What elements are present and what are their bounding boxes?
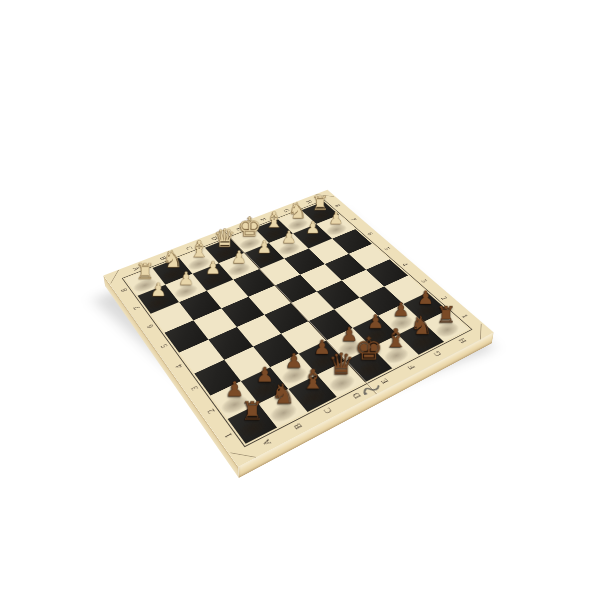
- pawn-glyph: ♟: [231, 249, 247, 267]
- pawn-glyph: ♟: [328, 210, 343, 227]
- corner-mitre-line: [480, 324, 482, 340]
- pawn-glyph: ♟: [178, 270, 194, 288]
- board-grid: ♜♞♝♛♚♝♞♜♟♟♟♟♟♟♟♟♟♟♟♟♟♟♟♟♜♞♝♛♚♝♞♜: [125, 201, 469, 443]
- rook-glyph: ♜: [436, 303, 456, 326]
- king-glyph: ♚: [354, 333, 383, 365]
- pawn-glyph: ♟: [305, 219, 320, 236]
- bishop-glyph: ♝: [300, 366, 325, 393]
- pawn-glyph: ♟: [205, 259, 221, 277]
- piece-dark-rook-a1: ♜: [234, 374, 270, 423]
- pawn-glyph: ♟: [256, 239, 272, 256]
- knight-glyph: ♞: [410, 313, 433, 339]
- bishop-glyph: ♝: [384, 325, 407, 351]
- perspective-container: ABCDEFGH ABCDEFGH 87654321 87654321 ♜♞♝♛…: [0, 0, 600, 600]
- queen-glyph: ♛: [328, 349, 355, 379]
- chess-board: ABCDEFGH ABCDEFGH 87654321 87654321 ♜♞♝♛…: [103, 190, 493, 467]
- pawn-glyph: ♟: [150, 281, 166, 299]
- knight-glyph: ♞: [270, 380, 295, 408]
- rank-label: 5: [374, 243, 399, 255]
- rook-glyph: ♜: [241, 398, 264, 423]
- pawn-glyph: ♟: [281, 229, 296, 246]
